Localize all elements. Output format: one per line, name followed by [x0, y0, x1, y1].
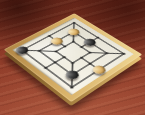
table-surface	[0, 0, 145, 115]
game-board	[22, 1, 123, 102]
point-g1[interactable]	[115, 48, 133, 60]
point-f6[interactable]	[65, 27, 82, 37]
board-points-layer	[4, 13, 143, 102]
point-b6[interactable]	[30, 45, 48, 57]
point-f2[interactable]	[98, 47, 116, 59]
point-b2[interactable]	[62, 68, 82, 81]
black-piece-a7[interactable]	[14, 45, 31, 56]
white-piece-f6[interactable]	[66, 27, 82, 36]
point-a7[interactable]	[13, 45, 31, 57]
black-piece-b2[interactable]	[63, 69, 81, 81]
point-a1[interactable]	[62, 80, 82, 94]
board-frame	[4, 13, 143, 102]
point-g7[interactable]	[66, 18, 83, 28]
